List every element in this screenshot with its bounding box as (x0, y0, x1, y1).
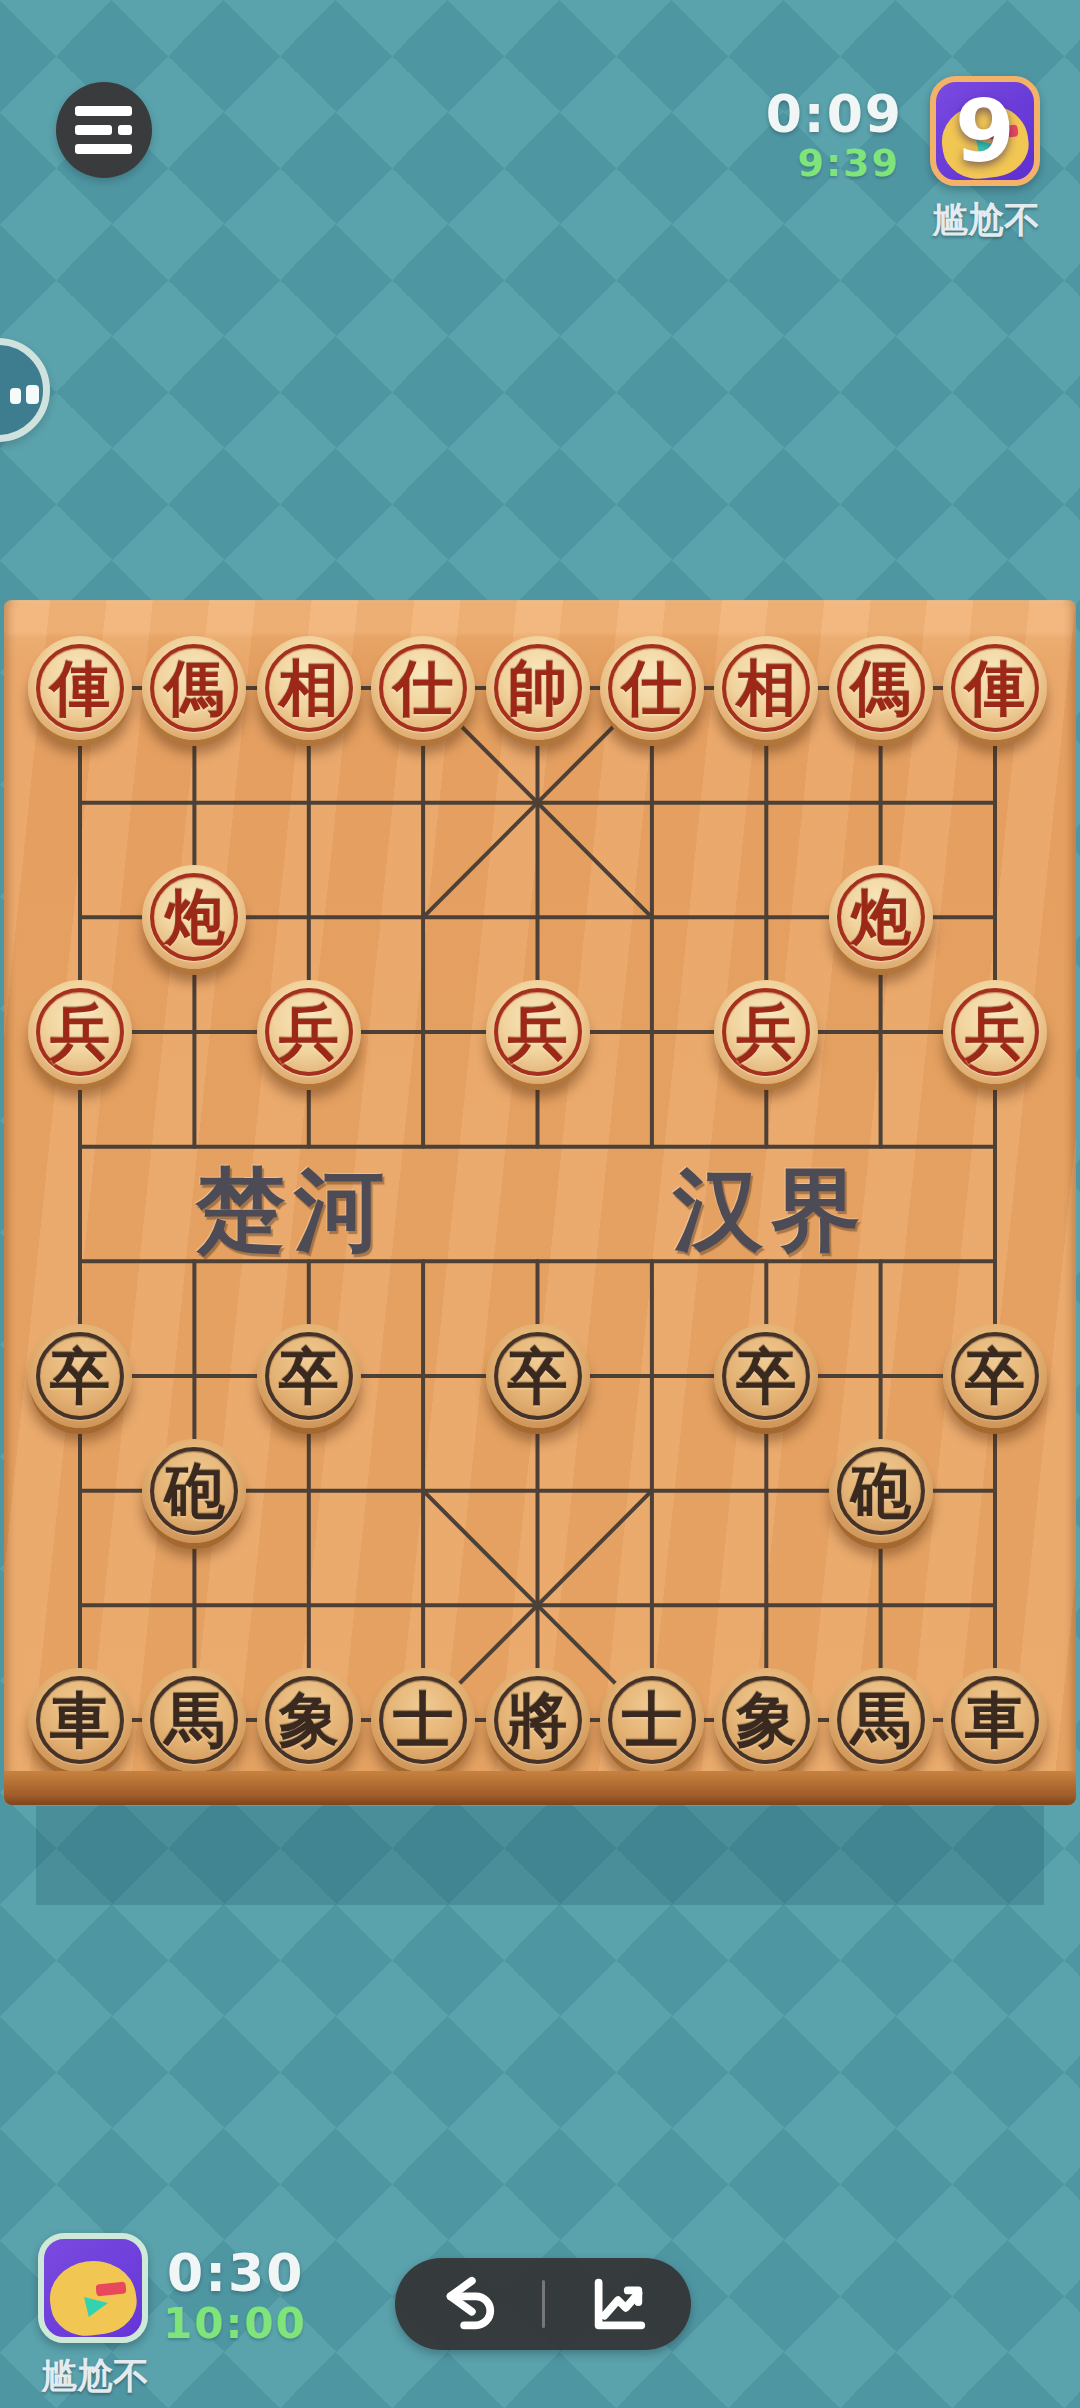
menu-bar-row (75, 125, 132, 135)
piece-black-卒[interactable]: 卒 (28, 1324, 132, 1428)
player-reserve-timer: 10:00 (163, 2299, 307, 2348)
piece-glyph: 仕 (393, 658, 453, 718)
piece-black-卒[interactable]: 卒 (943, 1324, 1047, 1428)
piece-glyph: 士 (622, 1690, 682, 1750)
analysis-icon (587, 2273, 649, 2335)
piece-glyph: 卒 (736, 1346, 796, 1406)
game-screen: 0:09 9:39 9 尴尬不 (0, 0, 1080, 2408)
piece-black-砲[interactable]: 砲 (829, 1439, 933, 1543)
piece-glyph: 相 (736, 658, 796, 718)
piece-glyph: 兵 (736, 1002, 796, 1062)
piece-glyph: 仕 (622, 658, 682, 718)
piece-black-士[interactable]: 士 (371, 1668, 475, 1772)
piece-black-卒[interactable]: 卒 (257, 1324, 361, 1428)
bottom-controls (395, 2258, 691, 2350)
piece-red-俥[interactable]: 俥 (943, 636, 1047, 740)
board-front-edge (4, 1771, 1076, 1805)
piece-glyph: 士 (393, 1690, 453, 1750)
analysis-button[interactable] (587, 2273, 649, 2335)
piece-glyph: 車 (965, 1690, 1025, 1750)
piece-glyph: 車 (50, 1690, 110, 1750)
menu-bar (75, 125, 112, 135)
player-avatar[interactable] (38, 2233, 148, 2343)
piece-red-傌[interactable]: 傌 (829, 636, 933, 740)
piece-red-兵[interactable]: 兵 (714, 980, 818, 1084)
piece-glyph: 炮 (851, 887, 911, 947)
piece-red-兵[interactable]: 兵 (28, 980, 132, 1084)
pause-mark-icon (10, 388, 21, 404)
piece-glyph: 卒 (965, 1346, 1025, 1406)
piece-glyph: 卒 (50, 1346, 110, 1406)
player-move-timer: 0:30 (167, 2243, 304, 2303)
piece-red-相[interactable]: 相 (257, 636, 361, 740)
piece-glyph: 兵 (279, 1002, 339, 1062)
piece-glyph: 傌 (164, 658, 224, 718)
piece-glyph: 兵 (508, 1002, 568, 1062)
piece-glyph: 砲 (851, 1461, 911, 1521)
piece-red-仕[interactable]: 仕 (600, 636, 704, 740)
piece-black-馬[interactable]: 馬 (829, 1668, 933, 1772)
undo-icon (437, 2273, 499, 2335)
piece-glyph: 卒 (279, 1346, 339, 1406)
board-drop-shadow (36, 1806, 1044, 1905)
opponent-move-timer: 0:09 (766, 84, 903, 144)
avatar-hair (45, 2255, 140, 2340)
piece-glyph: 砲 (164, 1461, 224, 1521)
piece-glyph: 兵 (965, 1002, 1025, 1062)
piece-black-車[interactable]: 車 (28, 1668, 132, 1772)
piece-glyph: 傌 (851, 658, 911, 718)
piece-black-卒[interactable]: 卒 (714, 1324, 818, 1428)
piece-red-炮[interactable]: 炮 (829, 865, 933, 969)
player-name: 尴尬不 (41, 2352, 149, 2401)
board-grid (4, 600, 1076, 1805)
piece-glyph: 馬 (851, 1690, 911, 1750)
undo-button[interactable] (437, 2273, 499, 2335)
piece-black-車[interactable]: 車 (943, 1668, 1047, 1772)
piece-red-帥[interactable]: 帥 (486, 636, 590, 740)
piece-glyph: 俥 (965, 658, 1025, 718)
menu-bar (75, 106, 132, 116)
piece-red-傌[interactable]: 傌 (142, 636, 246, 740)
piece-glyph: 馬 (164, 1690, 224, 1750)
avatar-hair (937, 98, 1032, 183)
piece-black-卒[interactable]: 卒 (486, 1324, 590, 1428)
piece-red-炮[interactable]: 炮 (142, 865, 246, 969)
menu-button[interactable] (56, 82, 152, 178)
piece-black-象[interactable]: 象 (257, 1668, 361, 1772)
piece-glyph: 象 (736, 1690, 796, 1750)
piece-glyph: 俥 (50, 658, 110, 718)
opponent-name: 尴尬不 (932, 196, 1040, 245)
piece-glyph: 卒 (508, 1346, 568, 1406)
piece-black-將[interactable]: 將 (486, 1668, 590, 1772)
piece-red-兵[interactable]: 兵 (943, 980, 1047, 1084)
piece-black-士[interactable]: 士 (600, 1668, 704, 1772)
piece-red-仕[interactable]: 仕 (371, 636, 475, 740)
menu-bar-dot (118, 125, 132, 135)
piece-glyph: 象 (279, 1690, 339, 1750)
piece-glyph: 將 (508, 1690, 568, 1750)
piece-red-相[interactable]: 相 (714, 636, 818, 740)
controls-divider (542, 2280, 545, 2328)
pause-mark-icon (26, 385, 39, 404)
menu-bar (75, 144, 132, 154)
piece-red-兵[interactable]: 兵 (257, 980, 361, 1084)
chat-bubble-button[interactable] (0, 338, 50, 442)
piece-red-俥[interactable]: 俥 (28, 636, 132, 740)
piece-glyph: 相 (279, 658, 339, 718)
xiangqi-board[interactable]: 楚河 汉界 俥傌相仕帥仕相傌俥炮炮兵兵兵兵兵卒卒卒卒卒砲砲車馬象士將士象馬車 (4, 600, 1076, 1805)
piece-black-馬[interactable]: 馬 (142, 1668, 246, 1772)
opponent-reserve-timer: 9:39 (797, 141, 900, 185)
piece-glyph: 兵 (50, 1002, 110, 1062)
piece-black-砲[interactable]: 砲 (142, 1439, 246, 1543)
piece-glyph: 炮 (164, 887, 224, 947)
piece-black-象[interactable]: 象 (714, 1668, 818, 1772)
opponent-avatar[interactable] (930, 76, 1040, 186)
piece-red-兵[interactable]: 兵 (486, 980, 590, 1084)
piece-glyph: 帥 (508, 658, 568, 718)
